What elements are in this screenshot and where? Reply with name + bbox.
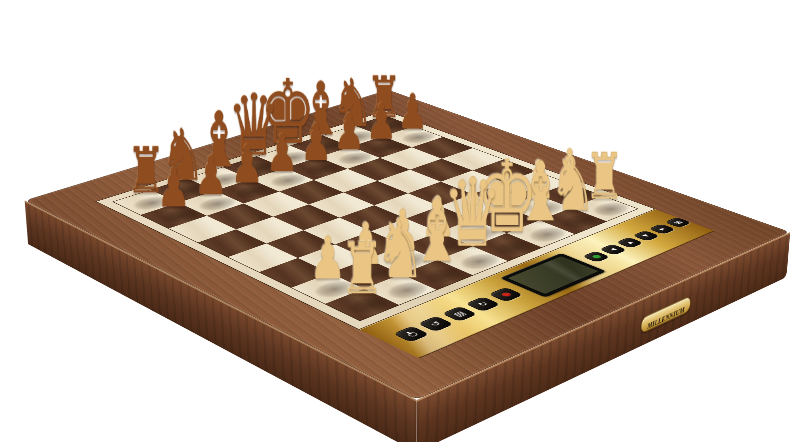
right-icon: ▶ [658,227,667,231]
ok-button[interactable] [582,251,611,263]
ok-dot-icon [590,254,602,259]
left-button[interactable]: ◀ [599,244,627,255]
forward-button[interactable]: ↻ [465,296,501,311]
menu-icon: ≡ [671,220,685,225]
brand-text: MILLENNIUM [647,304,685,330]
stop-dot-icon [500,292,512,297]
takeback-button[interactable]: ↺ [418,316,454,332]
memory-button[interactable]: ▤ [442,306,478,322]
chess-computer-board: MILLENNIUM ↺▤↻ ◀▲▼▶≡ ♜♞♝♛♚♝♞♜♟♟♟♟♟♟♟♟♟♟♟… [25,90,791,400]
chess-computer-photo: MILLENNIUM ↺▤↻ ◀▲▼▶≡ ♜♞♝♛♚♝♞♜♟♟♟♟♟♟♟♟♟♟♟… [0,0,800,442]
panel-right-buttons: ◀▲▼▶≡ [582,217,692,262]
square-b5[interactable] [236,217,303,244]
lcd-screen [508,256,598,294]
left-icon: ◀ [609,248,618,252]
menu-button[interactable]: ≡ [664,217,691,228]
square-a4[interactable] [228,243,298,272]
lcd-display [500,253,606,297]
power-button[interactable] [393,326,430,342]
down-icon: ▼ [642,234,651,238]
right-button[interactable]: ▶ [648,224,676,235]
forward-icon: ↻ [475,301,490,308]
memory-icon: ▤ [452,310,468,317]
up-button[interactable]: ▲ [616,237,644,248]
square-a5[interactable] [198,229,266,257]
power-icon [404,331,420,338]
down-button[interactable]: ▼ [632,230,660,241]
up-icon: ▲ [625,241,634,245]
takeback-icon: ↺ [428,320,443,327]
stop-button[interactable] [488,287,523,302]
